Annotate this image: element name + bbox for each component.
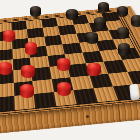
black-checker-g5 (117, 27, 129, 39)
red-checker-b2 (21, 65, 34, 79)
checker-top (86, 32, 98, 39)
photo-scene (0, 0, 140, 140)
black-checker-g7 (98, 2, 109, 13)
red-checker-a5 (3, 30, 15, 42)
checker-top (30, 6, 41, 12)
checker-top (3, 30, 15, 37)
red-checker-e3 (57, 58, 70, 71)
red-checker-f2 (87, 63, 100, 76)
red-checker-a3 (0, 62, 12, 75)
black-checker-h8 (117, 6, 128, 17)
checker-top (57, 82, 71, 90)
checker-top (66, 9, 77, 15)
checker-top (131, 15, 140, 22)
red-checker-c1 (57, 82, 71, 96)
black-checker-c7 (30, 6, 41, 17)
checker-top (117, 27, 129, 34)
checker-top (87, 63, 100, 70)
black-checker-e7 (66, 9, 77, 20)
black-checker-h6 (131, 15, 140, 27)
red-checker-a1 (20, 84, 34, 98)
black-checker-f6 (94, 17, 106, 29)
checker-top (57, 58, 70, 65)
black-checker-h4 (118, 43, 131, 56)
checker-top (0, 62, 12, 69)
black-checker-e5 (86, 32, 98, 44)
checker-top (98, 2, 109, 8)
pieces-layer (0, 0, 140, 140)
checker-top (21, 65, 34, 73)
checker-top (94, 17, 106, 24)
red-checker-b4 (25, 42, 37, 55)
checker-top (20, 84, 34, 92)
checker-top (117, 6, 128, 12)
